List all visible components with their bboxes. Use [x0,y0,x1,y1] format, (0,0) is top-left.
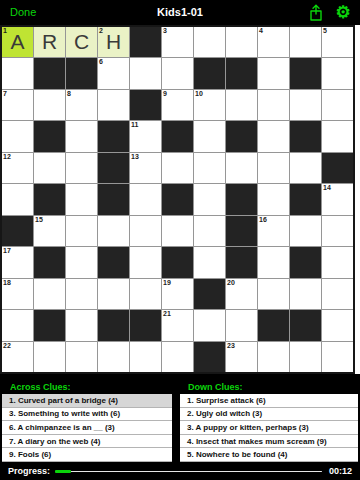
cell-r10c4 [98,310,129,340]
cell-r1c1[interactable]: 1A [2,27,33,57]
cell-r10c3[interactable] [66,310,97,340]
cell-r11c6[interactable] [162,342,193,372]
cell-r6c3[interactable] [66,184,97,214]
across-clues-list: 1. Curved part of a bridge (4)3. Somethi… [2,394,172,462]
clue-number: 17 [3,247,11,255]
cell-r3c2[interactable] [34,90,65,120]
cell-r8c2 [34,247,65,277]
progress-fill [55,470,71,473]
cell-r7c3[interactable] [66,216,97,246]
cell-r11c11[interactable] [322,342,353,372]
cell-r4c2 [34,121,65,151]
cell-r4c10 [290,121,321,151]
timer-value: 00:12 [329,462,352,480]
cell-r3c11[interactable] [322,90,353,120]
cell-r3c5 [130,90,161,120]
progress-track [55,471,322,473]
clue-item-across-3[interactable]: 6. A chimpanzee is an __ (3) [2,421,172,435]
clue-number: 15 [35,216,43,224]
cell-r1c4[interactable]: 2H [98,27,129,57]
cell-r2c10 [290,58,321,88]
cell-r9c6[interactable]: 19 [162,279,193,309]
cell-r7c4[interactable] [98,216,129,246]
clue-number: 16 [259,216,267,224]
cell-r2c9[interactable] [258,58,289,88]
cell-r9c9[interactable] [258,279,289,309]
cell-r11c2[interactable] [34,342,65,372]
cell-r9c11[interactable] [322,279,353,309]
cell-r9c1[interactable]: 18 [2,279,33,309]
cell-r6c5[interactable] [130,184,161,214]
cell-letter: R [34,27,65,57]
cell-r1c8[interactable] [226,27,257,57]
cell-r8c1[interactable]: 17 [2,247,33,277]
crossword-grid: 1ARC2H3456789101112131415161718192021222… [0,25,355,374]
cell-r2c11[interactable] [322,58,353,88]
cell-r6c6 [162,184,193,214]
cell-r3c6[interactable]: 9 [162,90,193,120]
cell-r11c10[interactable] [290,342,321,372]
cell-r10c11[interactable] [322,310,353,340]
cell-r2c3 [66,58,97,88]
clue-number: 21 [163,310,171,318]
cell-r6c8 [226,184,257,214]
cell-r8c4 [98,247,129,277]
cell-r7c11[interactable] [322,216,353,246]
clue-number: 4 [259,27,263,35]
cell-r10c7[interactable] [194,310,225,340]
cell-r4c11[interactable] [322,121,353,151]
cell-r11c1[interactable]: 22 [2,342,33,372]
cell-r1c11[interactable]: 5 [322,27,353,57]
cell-r2c4[interactable]: 6 [98,58,129,88]
cell-r10c1[interactable] [2,310,33,340]
cell-r4c8 [226,121,257,151]
cell-r8c10 [290,247,321,277]
down-clues-panel: Down Clues: 1. Surprise attack (6)2. Ugl… [180,381,358,462]
cell-r1c2[interactable]: R [34,27,65,57]
cell-r11c3[interactable] [66,342,97,372]
cell-r3c7[interactable]: 10 [194,90,225,120]
cell-r10c8[interactable] [226,310,257,340]
clue-number: 13 [131,153,139,161]
clue-item-down-1[interactable]: 1. Surprise attack (6) [180,394,358,408]
clue-number: 20 [227,279,235,287]
cell-r6c9[interactable] [258,184,289,214]
cell-r2c5[interactable] [130,58,161,88]
cell-r2c2 [34,58,65,88]
cell-r11c7 [194,342,225,372]
cell-r9c2[interactable] [34,279,65,309]
cell-r11c8[interactable]: 23 [226,342,257,372]
cell-r6c11[interactable]: 14 [322,184,353,214]
cell-r9c8[interactable]: 20 [226,279,257,309]
cell-r2c8 [226,58,257,88]
puzzle-title: Kids1-01 [0,0,360,25]
clue-number: 22 [3,342,11,350]
clue-number: 19 [163,279,171,287]
cell-r4c9[interactable] [258,121,289,151]
cell-r5c1[interactable]: 12 [2,153,33,183]
cell-r5c10[interactable] [290,153,321,183]
cell-r7c10[interactable] [290,216,321,246]
cell-r2c6[interactable] [162,58,193,88]
cell-r4c3[interactable] [66,121,97,151]
cell-r10c5 [130,310,161,340]
cell-r9c5[interactable] [130,279,161,309]
cell-r8c7[interactable] [194,247,225,277]
cell-r7c5[interactable] [130,216,161,246]
clue-number: 6 [99,58,103,66]
cell-r5c9[interactable] [258,153,289,183]
cell-r5c6[interactable] [162,153,193,183]
crossword-app-screen: Done Kids1-01 ⚙ 1ARC2H345678910111213141… [0,0,360,480]
clue-number: 7 [3,90,7,98]
cell-r7c8 [226,216,257,246]
clue-item-across-1[interactable]: 1. Curved part of a bridge (4) [2,394,172,408]
cell-r5c7[interactable] [194,153,225,183]
cell-r5c2[interactable] [34,153,65,183]
share-button[interactable] [308,4,324,22]
cell-r2c7 [194,58,225,88]
cell-r7c2[interactable]: 15 [34,216,65,246]
cell-r5c5[interactable]: 13 [130,153,161,183]
cell-r4c4 [98,121,129,151]
cell-r4c6 [162,121,193,151]
cell-r3c3[interactable]: 8 [66,90,97,120]
clue-item-down-5[interactable]: 5. Nowhere to be found (4) [180,448,358,462]
cell-r3c4[interactable] [98,90,129,120]
cell-r8c3[interactable] [66,247,97,277]
cell-r8c5[interactable] [130,247,161,277]
clue-item-down-4[interactable]: 4. Insect that makes mum scream (9) [180,435,358,449]
cell-r1c6[interactable]: 3 [162,27,193,57]
clue-number: 12 [3,153,11,161]
clue-item-across-4[interactable]: 7. A diary on the web (4) [2,435,172,449]
clue-item-across-2[interactable]: 3. Something to write with (6) [2,408,172,422]
clue-number: 9 [163,90,167,98]
down-clues-list: 1. Surprise attack (6)2. Ugly old witch … [180,394,358,462]
share-icon [308,4,324,22]
cell-r7c1 [2,216,33,246]
clue-number: 14 [323,184,331,192]
gear-icon: ⚙ [335,3,350,22]
cell-r5c4 [98,153,129,183]
cell-r1c7[interactable] [194,27,225,57]
clue-number: 5 [323,27,327,35]
cell-r11c5[interactable] [130,342,161,372]
down-clues-header: Down Clues: [180,381,358,394]
cell-r10c6[interactable]: 21 [162,310,193,340]
cell-r11c4[interactable] [98,342,129,372]
across-clues-panel: Across Clues: 1. Curved part of a bridge… [2,381,172,462]
cell-r1c5 [130,27,161,57]
cell-r1c3[interactable]: C [66,27,97,57]
cell-letter: H [98,27,129,57]
cell-r9c4[interactable] [98,279,129,309]
cell-r6c10 [290,184,321,214]
cell-r6c1[interactable] [2,184,33,214]
cell-letter: A [2,27,33,57]
progress-label: Progress: [8,462,50,480]
clues-section: Across Clues: 1. Curved part of a bridge… [0,374,360,462]
settings-button[interactable]: ⚙ [333,0,353,25]
cell-r6c7[interactable] [194,184,225,214]
cell-r7c7[interactable] [194,216,225,246]
cell-r10c9 [258,310,289,340]
progress-bar-footer: Progress: 00:12 [0,462,360,480]
cell-letter: C [66,27,97,57]
clue-number: 18 [3,279,11,287]
cell-r11c9[interactable] [258,342,289,372]
clue-number: 10 [195,90,203,98]
cell-r5c8[interactable] [226,153,257,183]
clue-number: 23 [227,342,235,350]
cell-r6c4 [98,184,129,214]
cell-r9c3[interactable] [66,279,97,309]
cell-r4c1[interactable] [2,121,33,151]
cell-r7c6[interactable] [162,216,193,246]
cell-r8c6 [162,247,193,277]
cell-r3c8[interactable] [226,90,257,120]
cell-r3c1[interactable]: 7 [2,90,33,120]
cell-r8c11[interactable] [322,247,353,277]
cell-r8c9[interactable] [258,247,289,277]
top-navigation-bar: Done Kids1-01 ⚙ [0,0,360,25]
cell-r9c7 [194,279,225,309]
clue-number: 3 [163,27,167,35]
cell-r4c5[interactable]: 11 [130,121,161,151]
cell-r3c10[interactable] [290,90,321,120]
clue-item-down-2[interactable]: 2. Ugly old witch (3) [180,408,358,422]
cell-r5c11 [322,153,353,183]
across-clues-header: Across Clues: [2,381,172,394]
cell-r1c9[interactable]: 4 [258,27,289,57]
clue-number: 11 [131,121,138,129]
cell-r7c9[interactable]: 16 [258,216,289,246]
cell-r8c8 [226,247,257,277]
clue-item-across-5[interactable]: 9. Fools (6) [2,448,172,462]
cell-r10c2 [34,310,65,340]
cell-r2c1[interactable] [2,58,33,88]
cell-r6c2 [34,184,65,214]
cell-r4c7[interactable] [194,121,225,151]
cell-r5c3[interactable] [66,153,97,183]
cell-r1c10[interactable] [290,27,321,57]
clue-item-down-3[interactable]: 3. A puppy or kitten, perhaps (3) [180,421,358,435]
cell-r3c9[interactable] [258,90,289,120]
cell-r9c10[interactable] [290,279,321,309]
clue-number: 8 [67,90,71,98]
cell-r10c10 [290,310,321,340]
